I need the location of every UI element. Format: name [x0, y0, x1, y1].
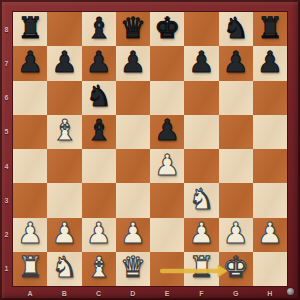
square-g6[interactable]: [219, 81, 253, 115]
black-rook: ♜: [257, 14, 283, 43]
white-knight: ♞: [188, 185, 214, 214]
black-pawn: ♟: [51, 48, 77, 77]
square-c2[interactable]: ♟: [82, 218, 116, 252]
corner-dot: [287, 288, 294, 295]
square-a7[interactable]: ♟: [13, 46, 47, 80]
file-label-d: D: [116, 287, 150, 300]
square-h4[interactable]: [253, 149, 287, 183]
white-pawn: ♟: [86, 219, 112, 248]
white-king: ♚: [223, 253, 249, 282]
square-d8[interactable]: ♛: [116, 12, 150, 46]
square-e2[interactable]: [150, 218, 184, 252]
square-b6[interactable]: [47, 81, 81, 115]
black-knight: ♞: [223, 14, 249, 43]
square-f2[interactable]: ♟: [184, 218, 218, 252]
square-e5[interactable]: ♟: [150, 115, 184, 149]
black-king: ♚: [154, 14, 180, 43]
square-f8[interactable]: [184, 12, 218, 46]
black-bishop: ♝: [86, 14, 112, 43]
square-h2[interactable]: ♟: [253, 218, 287, 252]
square-h8[interactable]: ♜: [253, 12, 287, 46]
black-pawn: ♟: [120, 48, 146, 77]
white-knight: ♞: [51, 253, 77, 282]
black-bishop: ♝: [86, 116, 112, 145]
square-b8[interactable]: [47, 12, 81, 46]
square-h1[interactable]: [253, 252, 287, 286]
black-pawn: ♟: [17, 48, 43, 77]
rank-label-8: 8: [0, 12, 13, 46]
square-b4[interactable]: [47, 149, 81, 183]
square-a1[interactable]: ♜: [13, 252, 47, 286]
square-a8[interactable]: ♜: [13, 12, 47, 46]
square-h5[interactable]: [253, 115, 287, 149]
file-label-b: B: [47, 287, 81, 300]
rank-label-7: 7: [0, 46, 13, 80]
file-label-e: E: [150, 287, 184, 300]
square-f5[interactable]: [184, 115, 218, 149]
square-a3[interactable]: [13, 183, 47, 217]
rank-label-1: 1: [0, 252, 13, 286]
square-h6[interactable]: [253, 81, 287, 115]
square-f6[interactable]: [184, 81, 218, 115]
square-f4[interactable]: [184, 149, 218, 183]
square-d3[interactable]: [116, 183, 150, 217]
black-pawn: ♟: [86, 48, 112, 77]
square-d2[interactable]: ♟: [116, 218, 150, 252]
white-pawn: ♟: [154, 151, 180, 180]
square-b7[interactable]: ♟: [47, 46, 81, 80]
white-queen: ♛: [120, 253, 146, 282]
white-bishop: ♝: [51, 116, 77, 145]
square-e7[interactable]: [150, 46, 184, 80]
square-c8[interactable]: ♝: [82, 12, 116, 46]
file-label-f: F: [184, 287, 218, 300]
chess-board-frame: 87654321 ♜♝♛♚♞♜♟♟♟♟♟♟♟♞♝♝♟♟♞♟♟♟♟♟♟♟♜♞♝♛♜…: [0, 0, 300, 300]
rank-label-6: 6: [0, 81, 13, 115]
square-e6[interactable]: [150, 81, 184, 115]
black-pawn: ♟: [223, 48, 249, 77]
square-b2[interactable]: ♟: [47, 218, 81, 252]
rank-label-2: 2: [0, 218, 13, 252]
black-pawn: ♟: [257, 48, 283, 77]
black-rook: ♜: [17, 14, 43, 43]
rank-label-3: 3: [0, 183, 13, 217]
square-g5[interactable]: [219, 115, 253, 149]
square-a4[interactable]: [13, 149, 47, 183]
white-bishop: ♝: [86, 253, 112, 282]
white-pawn: ♟: [51, 219, 77, 248]
white-pawn: ♟: [223, 219, 249, 248]
square-a6[interactable]: [13, 81, 47, 115]
white-pawn: ♟: [257, 219, 283, 248]
board: ♜♝♛♚♞♜♟♟♟♟♟♟♟♞♝♝♟♟♞♟♟♟♟♟♟♟♜♞♝♛♜♚: [13, 12, 287, 286]
square-d4[interactable]: [116, 149, 150, 183]
square-f1[interactable]: ♜: [184, 252, 218, 286]
square-c7[interactable]: ♟: [82, 46, 116, 80]
square-a2[interactable]: ♟: [13, 218, 47, 252]
square-g8[interactable]: ♞: [219, 12, 253, 46]
square-g7[interactable]: ♟: [219, 46, 253, 80]
white-pawn: ♟: [120, 219, 146, 248]
square-g4[interactable]: [219, 149, 253, 183]
square-d6[interactable]: [116, 81, 150, 115]
square-c6[interactable]: ♞: [82, 81, 116, 115]
square-d7[interactable]: ♟: [116, 46, 150, 80]
black-knight: ♞: [86, 82, 112, 111]
square-e3[interactable]: [150, 183, 184, 217]
file-label-g: G: [219, 287, 253, 300]
file-label-a: A: [13, 287, 47, 300]
black-pawn: ♟: [154, 116, 180, 145]
square-d5[interactable]: [116, 115, 150, 149]
file-labels: ABCDEFGH: [13, 287, 287, 300]
square-d1[interactable]: ♛: [116, 252, 150, 286]
square-f3[interactable]: ♞: [184, 183, 218, 217]
white-rook: ♜: [17, 253, 43, 282]
white-pawn: ♟: [188, 219, 214, 248]
square-c5[interactable]: ♝: [82, 115, 116, 149]
file-label-h: H: [253, 287, 287, 300]
rank-labels: 87654321: [0, 12, 13, 286]
square-g2[interactable]: ♟: [219, 218, 253, 252]
square-c4[interactable]: [82, 149, 116, 183]
square-e8[interactable]: ♚: [150, 12, 184, 46]
square-a5[interactable]: [13, 115, 47, 149]
rank-label-5: 5: [0, 115, 13, 149]
square-g1[interactable]: ♚: [219, 252, 253, 286]
square-g3[interactable]: [219, 183, 253, 217]
square-h7[interactable]: ♟: [253, 46, 287, 80]
square-b3[interactable]: [47, 183, 81, 217]
square-c3[interactable]: [82, 183, 116, 217]
black-queen: ♛: [120, 14, 146, 43]
rank-label-4: 4: [0, 149, 13, 183]
white-rook: ♜: [188, 253, 214, 282]
square-c1[interactable]: ♝: [82, 252, 116, 286]
square-b1[interactable]: ♞: [47, 252, 81, 286]
square-e4[interactable]: ♟: [150, 149, 184, 183]
white-pawn: ♟: [17, 219, 43, 248]
square-h3[interactable]: [253, 183, 287, 217]
file-label-c: C: [82, 287, 116, 300]
black-pawn: ♟: [188, 48, 214, 77]
square-f7[interactable]: ♟: [184, 46, 218, 80]
square-e1[interactable]: [150, 252, 184, 286]
square-b5[interactable]: ♝: [47, 115, 81, 149]
